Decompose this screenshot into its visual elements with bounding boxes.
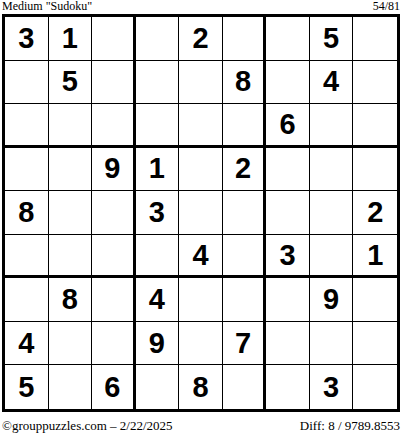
cell-empty[interactable] — [49, 104, 93, 148]
cell-empty[interactable] — [353, 148, 397, 192]
cell-empty[interactable] — [179, 104, 223, 148]
cell-given: 3 — [5, 17, 49, 61]
cell-empty[interactable] — [136, 17, 180, 61]
cell-given: 6 — [266, 104, 310, 148]
cell-empty[interactable] — [266, 148, 310, 192]
cell-empty[interactable] — [179, 61, 223, 105]
footer: ©grouppuzzles.com – 2/22/2025 Diff: 8 / … — [2, 418, 400, 433]
cell-given: 4 — [179, 235, 223, 279]
cell-empty[interactable] — [49, 148, 93, 192]
cell-given: 2 — [179, 17, 223, 61]
cell-empty[interactable] — [179, 322, 223, 366]
cell-given: 9 — [310, 278, 354, 322]
cell-empty[interactable] — [266, 17, 310, 61]
cell-given: 8 — [179, 365, 223, 409]
cell-empty[interactable] — [266, 322, 310, 366]
cell-given: 4 — [136, 278, 180, 322]
cell-empty[interactable] — [136, 61, 180, 105]
cell-given: 8 — [5, 191, 49, 235]
remaining-counter: 54/81 — [373, 0, 400, 13]
cell-given: 9 — [136, 322, 180, 366]
cell-empty[interactable] — [310, 104, 354, 148]
cell-empty[interactable] — [353, 322, 397, 366]
cell-empty[interactable] — [266, 365, 310, 409]
cell-empty[interactable] — [266, 61, 310, 105]
cell-empty[interactable] — [353, 17, 397, 61]
cell-given: 5 — [49, 61, 93, 105]
cell-empty[interactable] — [266, 191, 310, 235]
cell-given: 1 — [49, 17, 93, 61]
cell-given: 5 — [5, 365, 49, 409]
cell-empty[interactable] — [136, 365, 180, 409]
cell-empty[interactable] — [353, 104, 397, 148]
cell-empty[interactable] — [310, 235, 354, 279]
cell-empty[interactable] — [266, 278, 310, 322]
cell-empty[interactable] — [5, 235, 49, 279]
cell-empty[interactable] — [92, 61, 136, 105]
cell-given: 3 — [136, 191, 180, 235]
cell-empty[interactable] — [92, 17, 136, 61]
cell-given: 8 — [223, 61, 267, 105]
difficulty-text: Diff: 8 / 9789.8553 — [300, 419, 400, 433]
cell-empty[interactable] — [92, 191, 136, 235]
cell-empty[interactable] — [223, 17, 267, 61]
cell-empty[interactable] — [353, 61, 397, 105]
cell-empty[interactable] — [92, 235, 136, 279]
puzzle-title: Medium "Sudoku" — [2, 0, 92, 13]
cell-empty[interactable] — [92, 278, 136, 322]
cell-given: 7 — [223, 322, 267, 366]
cell-empty[interactable] — [136, 104, 180, 148]
sudoku-page: Medium "Sudoku" 54/81 312558469128324318… — [0, 0, 402, 437]
cell-given: 2 — [353, 191, 397, 235]
cell-empty[interactable] — [353, 365, 397, 409]
cell-empty[interactable] — [223, 365, 267, 409]
cell-empty[interactable] — [49, 322, 93, 366]
cell-empty[interactable] — [136, 235, 180, 279]
cell-empty[interactable] — [179, 191, 223, 235]
cell-empty[interactable] — [5, 278, 49, 322]
cell-given: 4 — [310, 61, 354, 105]
cell-given: 5 — [310, 17, 354, 61]
cell-empty[interactable] — [179, 148, 223, 192]
cell-empty[interactable] — [179, 278, 223, 322]
cell-empty[interactable] — [92, 322, 136, 366]
cell-empty[interactable] — [223, 235, 267, 279]
cell-empty[interactable] — [5, 104, 49, 148]
cell-given: 3 — [310, 365, 354, 409]
cell-given: 3 — [266, 235, 310, 279]
cell-given: 1 — [353, 235, 397, 279]
cell-given: 2 — [223, 148, 267, 192]
cell-empty[interactable] — [310, 148, 354, 192]
cell-given: 8 — [49, 278, 93, 322]
cell-empty[interactable] — [223, 278, 267, 322]
cell-given: 6 — [92, 365, 136, 409]
cell-empty[interactable] — [310, 322, 354, 366]
board: 312558469128324318494975683 — [2, 14, 400, 412]
cell-empty[interactable] — [92, 104, 136, 148]
cell-given: 1 — [136, 148, 180, 192]
cell-empty[interactable] — [49, 191, 93, 235]
cell-given: 9 — [92, 148, 136, 192]
header: Medium "Sudoku" 54/81 — [2, 0, 400, 13]
copyright-text: ©grouppuzzles.com – 2/22/2025 — [2, 419, 173, 433]
cell-empty[interactable] — [5, 61, 49, 105]
cell-empty[interactable] — [49, 235, 93, 279]
cell-empty[interactable] — [223, 104, 267, 148]
cell-empty[interactable] — [223, 191, 267, 235]
cell-empty[interactable] — [49, 365, 93, 409]
cell-empty[interactable] — [5, 148, 49, 192]
cell-empty[interactable] — [310, 191, 354, 235]
cell-given: 4 — [5, 322, 49, 366]
cell-empty[interactable] — [353, 278, 397, 322]
